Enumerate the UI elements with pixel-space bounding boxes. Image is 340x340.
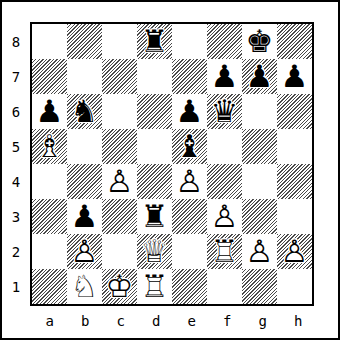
square-b3[interactable]: ♟♟ [67, 199, 102, 234]
file-label-g: g [245, 308, 281, 334]
piece-glyph-front: ♙ [281, 236, 309, 267]
chess-board: ♜♜♚♚♟♟♟♟♟♟♟♟♞♞♟♟♛♛♝♗♝♝♟♙♟♙♟♟♜♜♟♙♟♙♛♕♜♖♟♙… [32, 24, 312, 304]
square-h2[interactable]: ♟♙ [277, 234, 312, 269]
square-g7[interactable]: ♟♟ [242, 59, 277, 94]
rank-label-2: 2 [4, 234, 28, 269]
piece-black-rook: ♜♜ [137, 199, 172, 234]
piece-black-pawn: ♟♟ [207, 59, 242, 94]
piece-white-rook: ♜♖ [207, 234, 242, 269]
piece-black-bishop: ♝♝ [172, 129, 207, 164]
piece-white-pawn: ♟♙ [277, 234, 312, 269]
square-h7[interactable]: ♟♟ [277, 59, 312, 94]
square-a1[interactable] [32, 269, 67, 304]
square-a7[interactable] [32, 59, 67, 94]
piece-glyph-front: ♙ [71, 236, 99, 267]
piece-black-pawn: ♟♟ [172, 94, 207, 129]
piece-glyph-front: ♟ [36, 96, 64, 127]
square-b5[interactable] [67, 129, 102, 164]
rank-label-8: 8 [4, 24, 28, 59]
square-d5[interactable] [137, 129, 172, 164]
square-c5[interactable] [102, 129, 137, 164]
file-label-c: c [103, 308, 139, 334]
square-e8[interactable] [172, 24, 207, 59]
square-c8[interactable] [102, 24, 137, 59]
piece-glyph-front: ♟ [211, 61, 239, 92]
file-label-f: f [210, 308, 246, 334]
square-h6[interactable] [277, 94, 312, 129]
square-g1[interactable] [242, 269, 277, 304]
rank-label-3: 3 [4, 199, 28, 234]
piece-glyph-front: ♕ [141, 236, 169, 267]
rank-label-1: 1 [4, 269, 28, 304]
piece-black-pawn: ♟♟ [242, 59, 277, 94]
square-d7[interactable] [137, 59, 172, 94]
rank-label-4: 4 [4, 164, 28, 199]
square-a4[interactable] [32, 164, 67, 199]
piece-glyph-front: ♟ [246, 61, 274, 92]
square-e7[interactable] [172, 59, 207, 94]
piece-white-rook: ♜♖ [137, 269, 172, 304]
chess-board-frame: ♜♜♚♚♟♟♟♟♟♟♟♟♞♞♟♟♛♛♝♗♝♝♟♙♟♙♟♟♜♜♟♙♟♙♛♕♜♖♟♙… [30, 22, 314, 306]
piece-white-bishop: ♝♗ [32, 129, 67, 164]
piece-glyph-front: ♟ [176, 96, 204, 127]
piece-white-pawn: ♟♙ [67, 234, 102, 269]
piece-black-king: ♚♚ [242, 24, 277, 59]
square-e4[interactable]: ♟♙ [172, 164, 207, 199]
file-label-h: h [281, 308, 317, 334]
piece-black-pawn: ♟♟ [32, 94, 67, 129]
square-d1[interactable]: ♜♖ [137, 269, 172, 304]
square-c7[interactable] [102, 59, 137, 94]
square-h8[interactable] [277, 24, 312, 59]
square-c6[interactable] [102, 94, 137, 129]
piece-black-queen: ♛♛ [207, 94, 242, 129]
piece-white-pawn: ♟♙ [102, 164, 137, 199]
rank-label-6: 6 [4, 94, 28, 129]
piece-black-pawn: ♟♟ [67, 199, 102, 234]
piece-black-rook: ♜♜ [137, 24, 172, 59]
piece-glyph-front: ♙ [106, 166, 134, 197]
square-e6[interactable]: ♟♟ [172, 94, 207, 129]
square-e3[interactable] [172, 199, 207, 234]
square-d8[interactable]: ♜♜ [137, 24, 172, 59]
square-b7[interactable] [67, 59, 102, 94]
square-g5[interactable] [242, 129, 277, 164]
piece-white-king: ♚♔ [102, 269, 137, 304]
square-h5[interactable] [277, 129, 312, 164]
square-f3[interactable]: ♟♙ [207, 199, 242, 234]
square-b6[interactable]: ♞♞ [67, 94, 102, 129]
piece-black-knight: ♞♞ [67, 94, 102, 129]
piece-glyph-front: ♗ [36, 131, 64, 162]
square-h1[interactable] [277, 269, 312, 304]
square-e5[interactable]: ♝♝ [172, 129, 207, 164]
file-label-e: e [174, 308, 210, 334]
piece-white-queen: ♛♕ [137, 234, 172, 269]
square-f7[interactable]: ♟♟ [207, 59, 242, 94]
piece-glyph-front: ♖ [141, 271, 169, 302]
piece-white-pawn: ♟♙ [172, 164, 207, 199]
piece-white-knight: ♞♘ [67, 269, 102, 304]
rank-label-5: 5 [4, 129, 28, 164]
square-b8[interactable] [67, 24, 102, 59]
piece-glyph-front: ♟ [71, 201, 99, 232]
piece-glyph-front: ♖ [211, 236, 239, 267]
square-c2[interactable] [102, 234, 137, 269]
square-g4[interactable] [242, 164, 277, 199]
rank-label-7: 7 [4, 59, 28, 94]
square-b2[interactable]: ♟♙ [67, 234, 102, 269]
square-f2[interactable]: ♜♖ [207, 234, 242, 269]
square-b1[interactable]: ♞♘ [67, 269, 102, 304]
square-a5[interactable]: ♝♗ [32, 129, 67, 164]
piece-glyph-front: ♘ [71, 271, 99, 302]
square-b4[interactable] [67, 164, 102, 199]
square-d3[interactable]: ♜♜ [137, 199, 172, 234]
square-a2[interactable] [32, 234, 67, 269]
piece-glyph-front: ♜ [141, 201, 169, 232]
piece-glyph-front: ♙ [211, 201, 239, 232]
file-label-d: d [139, 308, 175, 334]
rank-labels: 87654321 [4, 24, 28, 304]
square-c1[interactable]: ♚♔ [102, 269, 137, 304]
square-g2[interactable]: ♟♙ [242, 234, 277, 269]
file-labels: abcdefgh [32, 308, 316, 334]
piece-black-pawn: ♟♟ [277, 59, 312, 94]
square-e1[interactable] [172, 269, 207, 304]
piece-white-pawn: ♟♙ [242, 234, 277, 269]
square-d2[interactable]: ♛♕ [137, 234, 172, 269]
piece-white-pawn: ♟♙ [207, 199, 242, 234]
piece-glyph-front: ♜ [141, 26, 169, 57]
piece-glyph-front: ♟ [281, 61, 309, 92]
piece-glyph-front: ♝ [176, 131, 204, 162]
piece-glyph-front: ♙ [246, 236, 274, 267]
piece-glyph-front: ♞ [71, 96, 99, 127]
square-h3[interactable] [277, 199, 312, 234]
square-a3[interactable] [32, 199, 67, 234]
piece-glyph-front: ♚ [246, 26, 274, 57]
square-f4[interactable] [207, 164, 242, 199]
piece-glyph-front: ♙ [176, 166, 204, 197]
square-c3[interactable] [102, 199, 137, 234]
square-e2[interactable] [172, 234, 207, 269]
file-label-a: a [32, 308, 68, 334]
piece-glyph-front: ♔ [106, 271, 134, 302]
square-g3[interactable] [242, 199, 277, 234]
square-g6[interactable] [242, 94, 277, 129]
chess-diagram: 87654321 ♜♜♚♚♟♟♟♟♟♟♟♟♞♞♟♟♛♛♝♗♝♝♟♙♟♙♟♟♜♜♟… [0, 0, 340, 340]
square-h4[interactable] [277, 164, 312, 199]
square-f1[interactable] [207, 269, 242, 304]
square-f6[interactable]: ♛♛ [207, 94, 242, 129]
file-label-b: b [68, 308, 104, 334]
square-f8[interactable] [207, 24, 242, 59]
square-g8[interactable]: ♚♚ [242, 24, 277, 59]
square-d6[interactable] [137, 94, 172, 129]
square-a6[interactable]: ♟♟ [32, 94, 67, 129]
square-c4[interactable]: ♟♙ [102, 164, 137, 199]
piece-glyph-front: ♛ [211, 96, 239, 127]
square-d4[interactable] [137, 164, 172, 199]
square-f5[interactable] [207, 129, 242, 164]
square-a8[interactable] [32, 24, 67, 59]
